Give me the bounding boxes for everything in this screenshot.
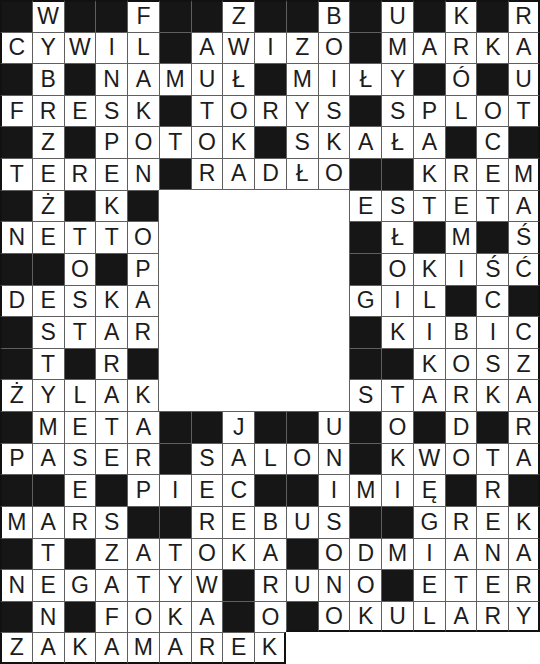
letter-cell-r4c2[interactable]: R [32, 95, 64, 127]
letter-cell-r19c14[interactable]: E [413, 569, 445, 601]
letter-cell-r16c5[interactable]: P [127, 474, 159, 506]
letter-cell-r12c4[interactable]: R [95, 348, 127, 380]
cell-letter: K [262, 636, 277, 659]
block-cell-r8c12 [349, 221, 381, 253]
letter-cell-r18c14[interactable]: I [413, 538, 445, 570]
letter-cell-r13c4[interactable]: A [95, 379, 127, 411]
letter-cell-r19c10[interactable]: U [286, 569, 318, 601]
image-placeholder-cell [159, 253, 191, 285]
letter-cell-r12c2[interactable]: T [32, 348, 64, 380]
letter-cell-r20c7[interactable]: A [191, 601, 223, 633]
letter-cell-r5c10[interactable]: S [286, 126, 318, 158]
letter-cell-r18c17[interactable]: A [508, 538, 540, 570]
block-cell-r3c3 [64, 63, 96, 95]
outside-grid-area [349, 632, 381, 664]
letter-cell-r8c2[interactable]: E [32, 221, 64, 253]
letter-cell-r15c1[interactable]: P [0, 443, 32, 475]
letter-cell-r5c8[interactable]: K [222, 126, 254, 158]
cell-letter: E [40, 289, 55, 312]
letter-cell-r21c7[interactable]: R [191, 632, 223, 664]
letter-cell-r1c17[interactable]: R [508, 0, 540, 32]
letter-cell-r19c2[interactable]: E [32, 569, 64, 601]
block-cell-r8c14 [413, 221, 445, 253]
letter-cell-r1c13[interactable]: U [381, 0, 413, 32]
letter-cell-r8c5[interactable]: O [127, 221, 159, 253]
letter-cell-r3c13[interactable]: Y [381, 63, 413, 95]
letter-cell-r10c12[interactable]: G [349, 285, 381, 317]
letter-cell-r18c2[interactable]: T [32, 538, 64, 570]
cell-letter: K [453, 5, 468, 28]
letter-cell-r10c5[interactable]: A [127, 285, 159, 317]
cell-letter: Ż [10, 384, 24, 407]
letter-cell-r4c10[interactable]: Y [286, 95, 318, 127]
cell-letter: I [108, 36, 114, 59]
letter-cell-r13c17[interactable]: A [508, 379, 540, 411]
cell-letter: K [104, 289, 119, 312]
letter-cell-r21c1[interactable]: Z [0, 632, 32, 664]
image-placeholder-cell [318, 348, 350, 380]
block-cell-r1c16 [476, 0, 508, 32]
letter-cell-r21c2[interactable]: A [32, 632, 64, 664]
letter-cell-r13c15[interactable]: R [445, 379, 477, 411]
letter-cell-r16c6[interactable]: I [159, 474, 191, 506]
cell-letter: M [293, 68, 312, 91]
letter-cell-r10c2[interactable]: E [32, 285, 64, 317]
letter-cell-r15c13[interactable]: K [381, 443, 413, 475]
block-cell-r4c6 [159, 95, 191, 127]
letter-cell-r19c4[interactable]: A [95, 569, 127, 601]
letter-cell-r6c7[interactable]: R [191, 158, 223, 190]
letter-cell-r3c17[interactable]: U [508, 63, 540, 95]
cell-letter: K [231, 542, 246, 565]
letter-cell-r19c9[interactable]: R [254, 569, 286, 601]
letter-cell-r2c13[interactable]: M [381, 32, 413, 64]
letter-cell-r10c4[interactable]: K [95, 285, 127, 317]
letter-cell-r10c1[interactable]: D [0, 285, 32, 317]
letter-cell-r1c5[interactable]: F [127, 0, 159, 32]
cell-letter: K [485, 384, 500, 407]
image-placeholder-cell [254, 253, 286, 285]
letter-cell-r7c14[interactable]: T [413, 190, 445, 222]
letter-cell-r1c11[interactable]: B [318, 0, 350, 32]
letter-cell-r21c4[interactable]: A [95, 632, 127, 664]
letter-cell-r14c17[interactable]: R [508, 411, 540, 443]
letter-cell-r8c15[interactable]: M [445, 221, 477, 253]
letter-cell-r8c17[interactable]: Ś [508, 221, 540, 253]
letter-cell-r6c3[interactable]: R [64, 158, 96, 190]
letter-cell-r18c4[interactable]: Z [95, 538, 127, 570]
letter-cell-r5c12[interactable]: A [349, 126, 381, 158]
letter-cell-r17c17[interactable]: K [508, 506, 540, 538]
letter-cell-r12c14[interactable]: K [413, 348, 445, 380]
letter-cell-r20c15[interactable]: A [445, 601, 477, 633]
letter-cell-r19c15[interactable]: T [445, 569, 477, 601]
letter-cell-r18c11[interactable]: O [318, 538, 350, 570]
letter-cell-r20c4[interactable]: F [95, 601, 127, 633]
letter-cell-r19c1[interactable]: N [0, 569, 32, 601]
cell-letter: J [233, 416, 245, 439]
cell-letter: I [490, 321, 496, 344]
cell-letter: K [390, 447, 405, 470]
letter-cell-r21c5[interactable]: M [127, 632, 159, 664]
letter-cell-r9c14[interactable]: K [413, 253, 445, 285]
letter-cell-r6c1[interactable]: T [0, 158, 32, 190]
block-cell-r16c4 [95, 474, 127, 506]
letter-cell-r6c8[interactable]: A [222, 158, 254, 190]
letter-cell-r15c17[interactable]: A [508, 443, 540, 475]
letter-cell-r15c14[interactable]: W [413, 443, 445, 475]
letter-cell-r11c15[interactable]: B [445, 316, 477, 348]
letter-cell-r20c13[interactable]: U [381, 601, 413, 633]
letter-cell-r18c8[interactable]: K [222, 538, 254, 570]
letter-cell-r17c16[interactable]: E [476, 506, 508, 538]
letter-cell-r16c12[interactable]: M [349, 474, 381, 506]
image-placeholder-cell [191, 221, 223, 253]
block-cell-r14c10 [286, 411, 318, 443]
letter-cell-r18c9[interactable]: A [254, 538, 286, 570]
cell-letter: O [230, 100, 248, 123]
letter-cell-r19c5[interactable]: T [127, 569, 159, 601]
cell-letter: L [264, 447, 277, 470]
letter-cell-r5c7[interactable]: O [191, 126, 223, 158]
letter-cell-r3c7[interactable]: U [191, 63, 223, 95]
block-cell-r5c15 [445, 126, 477, 158]
letter-cell-r7c16[interactable]: T [476, 190, 508, 222]
letter-cell-r14c8[interactable]: J [222, 411, 254, 443]
letter-cell-r16c7[interactable]: E [191, 474, 223, 506]
cell-letter: K [516, 511, 531, 534]
cell-letter: Ś [516, 226, 531, 249]
letter-cell-r9c5[interactable]: P [127, 253, 159, 285]
block-cell-r1c1 [0, 0, 32, 32]
block-cell-r14c7 [191, 411, 223, 443]
letter-cell-r15c5[interactable]: R [127, 443, 159, 475]
letter-cell-r9c3[interactable]: O [64, 253, 96, 285]
letter-cell-r4c8[interactable]: O [222, 95, 254, 127]
letter-cell-r14c15[interactable]: D [445, 411, 477, 443]
letter-cell-r16c11[interactable]: I [318, 474, 350, 506]
letter-cell-r17c9[interactable]: B [254, 506, 286, 538]
letter-cell-r13c14[interactable]: A [413, 379, 445, 411]
letter-cell-r2c2[interactable]: Y [32, 32, 64, 64]
letter-cell-r13c1[interactable]: Ż [0, 379, 32, 411]
image-placeholder-cell [286, 285, 318, 317]
cell-letter: L [423, 289, 436, 312]
letter-cell-r15c8[interactable]: A [222, 443, 254, 475]
cell-letter: M [452, 226, 471, 249]
letter-cell-r4c5[interactable]: K [127, 95, 159, 127]
letter-cell-r14c3[interactable]: E [64, 411, 96, 443]
letter-cell-r19c12[interactable]: O [349, 569, 381, 601]
letter-cell-r21c9[interactable]: K [254, 632, 286, 664]
letter-cell-r6c14[interactable]: K [413, 158, 445, 190]
cell-letter: R [40, 100, 57, 123]
letter-cell-r10c14[interactable]: L [413, 285, 445, 317]
letter-cell-r2c4[interactable]: I [95, 32, 127, 64]
letter-cell-r11c4[interactable]: A [95, 316, 127, 348]
letter-cell-r11c16[interactable]: I [476, 316, 508, 348]
letter-cell-r6c9[interactable]: D [254, 158, 286, 190]
block-cell-r9c2 [32, 253, 64, 285]
letter-cell-r11c3[interactable]: T [64, 316, 96, 348]
letter-cell-r18c5[interactable]: A [127, 538, 159, 570]
letter-cell-r4c1[interactable]: F [0, 95, 32, 127]
letter-cell-r6c5[interactable]: N [127, 158, 159, 190]
letter-cell-r2c8[interactable]: W [222, 32, 254, 64]
letter-cell-r13c12[interactable]: S [349, 379, 381, 411]
letter-cell-r3c10[interactable]: M [286, 63, 318, 95]
letter-cell-r3c12[interactable]: Ł [349, 63, 381, 95]
letter-cell-r7c2[interactable]: Ż [32, 190, 64, 222]
cell-letter: E [422, 574, 437, 597]
letter-cell-r17c4[interactable]: S [95, 506, 127, 538]
cell-letter: Z [232, 5, 246, 28]
cell-letter: E [485, 511, 500, 534]
letter-cell-r9c13[interactable]: O [381, 253, 413, 285]
block-cell-r3c1 [0, 63, 32, 95]
letter-cell-r3c6[interactable]: M [159, 63, 191, 95]
letter-cell-r2c10[interactable]: Z [286, 32, 318, 64]
letter-cell-r19c6[interactable]: Y [159, 569, 191, 601]
letter-cell-r1c2[interactable]: W [32, 0, 64, 32]
letter-cell-r20c16[interactable]: R [476, 601, 508, 633]
letter-cell-r12c17[interactable]: Z [508, 348, 540, 380]
letter-cell-r13c13[interactable]: T [381, 379, 413, 411]
letter-cell-r2c5[interactable]: L [127, 32, 159, 64]
block-cell-r5c3 [64, 126, 96, 158]
letter-cell-r17c10[interactable]: U [286, 506, 318, 538]
letter-cell-r3c4[interactable]: N [95, 63, 127, 95]
letter-cell-r2c1[interactable]: C [0, 32, 32, 64]
letter-cell-r10c3[interactable]: S [64, 285, 96, 317]
letter-cell-r13c16[interactable]: K [476, 379, 508, 411]
letter-cell-r20c2[interactable]: N [32, 601, 64, 633]
letter-cell-r15c2[interactable]: A [32, 443, 64, 475]
letter-cell-r16c13[interactable]: I [381, 474, 413, 506]
letter-cell-r18c16[interactable]: N [476, 538, 508, 570]
letter-cell-r2c11[interactable]: O [318, 32, 350, 64]
letter-cell-r16c14[interactable]: Ę [413, 474, 445, 506]
cell-letter: A [516, 542, 531, 565]
letter-cell-r14c5[interactable]: A [127, 411, 159, 443]
letter-cell-r2c9[interactable]: I [254, 32, 286, 64]
letter-cell-r7c13[interactable]: S [381, 190, 413, 222]
letter-cell-r7c12[interactable]: E [349, 190, 381, 222]
letter-cell-r20c11[interactable]: O [318, 601, 350, 633]
letter-cell-r2c3[interactable]: W [64, 32, 96, 64]
cell-letter: E [72, 479, 87, 502]
letter-cell-r8c13[interactable]: Ł [381, 221, 413, 253]
letter-cell-r4c11[interactable]: S [318, 95, 350, 127]
letter-cell-r6c15[interactable]: R [445, 158, 477, 190]
letter-cell-r19c17[interactable]: R [508, 569, 540, 601]
cell-letter: D [262, 162, 279, 185]
letter-cell-r17c7[interactable]: R [191, 506, 223, 538]
letter-cell-r18c15[interactable]: A [445, 538, 477, 570]
letter-cell-r10c13[interactable]: I [381, 285, 413, 317]
letter-cell-r18c13[interactable]: M [381, 538, 413, 570]
letter-cell-r12c16[interactable]: S [476, 348, 508, 380]
letter-cell-r5c14[interactable]: A [413, 126, 445, 158]
letter-cell-r3c5[interactable]: A [127, 63, 159, 95]
letter-cell-r3c2[interactable]: B [32, 63, 64, 95]
letter-cell-r15c11[interactable]: N [318, 443, 350, 475]
letter-cell-r5c2[interactable]: Z [32, 126, 64, 158]
letter-cell-r2c7[interactable]: A [191, 32, 223, 64]
letter-cell-r7c17[interactable]: A [508, 190, 540, 222]
letter-cell-r2c15[interactable]: R [445, 32, 477, 64]
letter-cell-r6c4[interactable]: E [95, 158, 127, 190]
block-cell-r20c3 [64, 601, 96, 633]
letter-cell-r4c17[interactable]: T [508, 95, 540, 127]
cell-letter: A [422, 384, 437, 407]
cell-letter: A [516, 36, 531, 59]
cell-letter: U [294, 574, 311, 597]
letter-cell-r19c11[interactable]: N [318, 569, 350, 601]
letter-cell-r17c3[interactable]: R [64, 506, 96, 538]
image-placeholder-cell [254, 221, 286, 253]
cell-letter: S [72, 447, 87, 470]
letter-cell-r14c4[interactable]: T [95, 411, 127, 443]
cell-letter: C [485, 131, 502, 154]
letter-cell-r5c16[interactable]: C [476, 126, 508, 158]
cell-letter: Ż [41, 195, 55, 218]
letter-cell-r6c16[interactable]: E [476, 158, 508, 190]
letter-cell-r5c5[interactable]: O [127, 126, 159, 158]
letter-cell-r20c5[interactable]: O [127, 601, 159, 633]
cell-letter: L [137, 36, 150, 59]
letter-cell-r5c4[interactable]: P [95, 126, 127, 158]
letter-cell-r17c15[interactable]: R [445, 506, 477, 538]
letter-cell-r17c2[interactable]: A [32, 506, 64, 538]
letter-cell-r18c7[interactable]: O [191, 538, 223, 570]
letter-cell-r1c15[interactable]: K [445, 0, 477, 32]
letter-cell-r16c16[interactable]: R [476, 474, 508, 506]
letter-cell-r13c3[interactable]: L [64, 379, 96, 411]
letter-cell-r21c3[interactable]: K [64, 632, 96, 664]
letter-cell-r15c4[interactable]: E [95, 443, 127, 475]
letter-cell-r4c9[interactable]: R [254, 95, 286, 127]
letter-cell-r8c1[interactable]: N [0, 221, 32, 253]
letter-cell-r15c7[interactable]: S [191, 443, 223, 475]
letter-cell-r16c3[interactable]: E [64, 474, 96, 506]
letter-cell-r2c16[interactable]: K [476, 32, 508, 64]
letter-cell-r11c17[interactable]: C [508, 316, 540, 348]
image-placeholder-cell [159, 379, 191, 411]
letter-cell-r1c8[interactable]: Z [222, 0, 254, 32]
cell-letter: T [422, 195, 436, 218]
letter-cell-r6c11[interactable]: O [318, 158, 350, 190]
letter-cell-r20c6[interactable]: K [159, 601, 191, 633]
letter-cell-r3c8[interactable]: Ł [222, 63, 254, 95]
letter-cell-r18c6[interactable]: T [159, 538, 191, 570]
letter-cell-r4c3[interactable]: E [64, 95, 96, 127]
letter-cell-r20c14[interactable]: L [413, 601, 445, 633]
letter-cell-r7c4[interactable]: K [95, 190, 127, 222]
block-cell-r17c6 [159, 506, 191, 538]
letter-cell-r15c10[interactable]: O [286, 443, 318, 475]
letter-cell-r4c13[interactable]: S [381, 95, 413, 127]
letter-cell-r21c8[interactable]: E [222, 632, 254, 664]
cell-letter: I [331, 479, 337, 502]
letter-cell-r17c14[interactable]: G [413, 506, 445, 538]
letter-cell-r17c11[interactable]: S [318, 506, 350, 538]
letter-cell-r13c5[interactable]: K [127, 379, 159, 411]
letter-cell-r4c16[interactable]: O [476, 95, 508, 127]
letter-cell-r19c16[interactable]: E [476, 569, 508, 601]
letter-cell-r9c15[interactable]: I [445, 253, 477, 285]
cell-letter: O [198, 131, 216, 154]
letter-cell-r18c12[interactable]: D [349, 538, 381, 570]
letter-cell-r2c17[interactable]: A [508, 32, 540, 64]
cell-letter: M [356, 479, 375, 502]
letter-cell-r4c7[interactable]: T [191, 95, 223, 127]
letter-cell-r15c15[interactable]: O [445, 443, 477, 475]
letter-cell-r9c16[interactable]: Ś [476, 253, 508, 285]
letter-cell-r11c13[interactable]: K [381, 316, 413, 348]
letter-cell-r21c6[interactable]: A [159, 632, 191, 664]
letter-cell-r11c5[interactable]: R [127, 316, 159, 348]
letter-cell-r12c15[interactable]: O [445, 348, 477, 380]
outside-grid-area [318, 632, 350, 664]
letter-cell-r13c2[interactable]: Y [32, 379, 64, 411]
letter-cell-r17c8[interactable]: E [222, 506, 254, 538]
letter-cell-r14c13[interactable]: O [381, 411, 413, 443]
letter-cell-r19c7[interactable]: W [191, 569, 223, 601]
letter-cell-r15c3[interactable]: S [64, 443, 96, 475]
cell-letter: A [453, 542, 468, 565]
outside-grid-area [286, 632, 318, 664]
letter-cell-r4c14[interactable]: P [413, 95, 445, 127]
letter-cell-r17c1[interactable]: M [0, 506, 32, 538]
cell-letter: I [458, 258, 464, 281]
block-cell-r7c1 [0, 190, 32, 222]
letter-cell-r20c9[interactable]: O [254, 601, 286, 633]
letter-cell-r5c11[interactable]: K [318, 126, 350, 158]
letter-cell-r8c4[interactable]: T [95, 221, 127, 253]
cell-letter: T [454, 574, 468, 597]
letter-cell-r4c15[interactable]: L [445, 95, 477, 127]
letter-cell-r16c8[interactable]: C [222, 474, 254, 506]
letter-cell-r3c11[interactable]: I [318, 63, 350, 95]
letter-cell-r11c2[interactable]: S [32, 316, 64, 348]
letter-cell-r11c14[interactable]: I [413, 316, 445, 348]
letter-cell-r20c12[interactable]: K [349, 601, 381, 633]
letter-cell-r15c9[interactable]: L [254, 443, 286, 475]
letter-cell-r10c16[interactable]: C [476, 285, 508, 317]
cell-letter: N [485, 542, 502, 565]
letter-cell-r14c2[interactable]: M [32, 411, 64, 443]
letter-cell-r8c3[interactable]: T [64, 221, 96, 253]
letter-cell-r15c16[interactable]: T [476, 443, 508, 475]
letter-cell-r9c17[interactable]: Ć [508, 253, 540, 285]
letter-cell-r5c13[interactable]: Ł [381, 126, 413, 158]
outside-grid-area [445, 632, 477, 664]
letter-cell-r3c15[interactable]: Ó [445, 63, 477, 95]
letter-cell-r4c4[interactable]: S [95, 95, 127, 127]
letter-cell-r7c15[interactable]: E [445, 190, 477, 222]
letter-cell-r2c14[interactable]: A [413, 32, 445, 64]
letter-cell-r6c10[interactable]: Ł [286, 158, 318, 190]
letter-cell-r6c2[interactable]: E [32, 158, 64, 190]
cell-letter: R [135, 447, 152, 470]
letter-cell-r14c11[interactable]: U [318, 411, 350, 443]
letter-cell-r5c6[interactable]: T [159, 126, 191, 158]
cell-letter: R [135, 321, 152, 344]
letter-cell-r6c17[interactable]: M [508, 158, 540, 190]
letter-cell-r19c3[interactable]: G [64, 569, 96, 601]
letter-cell-r20c17[interactable]: Y [508, 601, 540, 633]
